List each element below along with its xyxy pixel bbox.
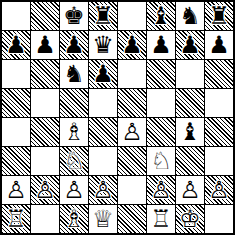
black-bishop-f8: ♝	[150, 4, 172, 28]
white-rook-f1: ♖	[150, 207, 172, 231]
square-e1[interactable]	[118, 205, 146, 233]
square-b4[interactable]	[31, 118, 59, 146]
white-pawn-h2: ♙	[208, 178, 230, 202]
square-h5[interactable]	[205, 89, 233, 117]
square-h7[interactable]: ♟	[205, 31, 233, 59]
square-h4[interactable]	[205, 118, 233, 146]
square-h2[interactable]: ♙	[205, 176, 233, 204]
chess-board-grid: ♚♜♝♞♜♟♟♟♛♟♟♟♟♞♟♗♙♝♘♘♙♙♙♙♙♙♙♖♗♕♖♔	[2, 2, 233, 233]
square-f8[interactable]: ♝	[147, 2, 175, 30]
square-f5[interactable]	[147, 89, 175, 117]
square-g8[interactable]: ♞	[176, 2, 204, 30]
white-bishop-c1: ♗	[63, 207, 85, 231]
black-pawn-f7: ♟	[150, 33, 172, 57]
square-f7[interactable]: ♟	[147, 31, 175, 59]
black-pawn-a7: ♟	[5, 33, 27, 57]
black-pawn-e7: ♟	[121, 33, 143, 57]
square-f1[interactable]: ♖	[147, 205, 175, 233]
square-h3[interactable]	[205, 147, 233, 175]
black-pawn-c7: ♟	[63, 33, 85, 57]
black-pawn-d6: ♟	[92, 62, 114, 86]
square-c3[interactable]: ♘	[60, 147, 88, 175]
square-c4[interactable]: ♗	[60, 118, 88, 146]
square-g1[interactable]: ♔	[176, 205, 204, 233]
square-h8[interactable]: ♜	[205, 2, 233, 30]
white-pawn-a2: ♙	[5, 178, 27, 202]
square-b8[interactable]	[31, 2, 59, 30]
white-rook-a1: ♖	[5, 207, 27, 231]
square-h1[interactable]	[205, 205, 233, 233]
square-b7[interactable]: ♟	[31, 31, 59, 59]
black-pawn-g7: ♟	[179, 33, 201, 57]
square-b2[interactable]: ♙	[31, 176, 59, 204]
square-g6[interactable]	[176, 60, 204, 88]
square-d5[interactable]	[89, 89, 117, 117]
square-g7[interactable]: ♟	[176, 31, 204, 59]
square-a6[interactable]	[2, 60, 30, 88]
black-rook-d8: ♜	[92, 4, 114, 28]
square-g4[interactable]: ♝	[176, 118, 204, 146]
black-knight-g8: ♞	[179, 4, 201, 28]
square-c6[interactable]: ♞	[60, 60, 88, 88]
square-e6[interactable]	[118, 60, 146, 88]
white-pawn-c2: ♙	[63, 178, 85, 202]
square-a8[interactable]	[2, 2, 30, 30]
white-bishop-c4: ♗	[63, 120, 85, 144]
white-pawn-g2: ♙	[179, 178, 201, 202]
black-bishop-g4: ♝	[179, 120, 201, 144]
square-c8[interactable]: ♚	[60, 2, 88, 30]
white-knight-c3: ♘	[63, 149, 85, 173]
square-d6[interactable]: ♟	[89, 60, 117, 88]
white-knight-f3: ♘	[150, 149, 172, 173]
black-pawn-h7: ♟	[208, 33, 230, 57]
square-g2[interactable]: ♙	[176, 176, 204, 204]
square-a4[interactable]	[2, 118, 30, 146]
square-f2[interactable]: ♙	[147, 176, 175, 204]
black-pawn-b7: ♟	[34, 33, 56, 57]
square-c1[interactable]: ♗	[60, 205, 88, 233]
square-a3[interactable]	[2, 147, 30, 175]
black-king-c8: ♚	[63, 4, 85, 28]
white-pawn-e4: ♙	[121, 120, 143, 144]
square-d2[interactable]: ♙	[89, 176, 117, 204]
square-g5[interactable]	[176, 89, 204, 117]
square-f4[interactable]	[147, 118, 175, 146]
white-pawn-d2: ♙	[92, 178, 114, 202]
square-e5[interactable]	[118, 89, 146, 117]
square-d7[interactable]: ♛	[89, 31, 117, 59]
square-a2[interactable]: ♙	[2, 176, 30, 204]
square-g3[interactable]	[176, 147, 204, 175]
square-c2[interactable]: ♙	[60, 176, 88, 204]
square-a5[interactable]	[2, 89, 30, 117]
square-b6[interactable]	[31, 60, 59, 88]
square-b3[interactable]	[31, 147, 59, 175]
square-c7[interactable]: ♟	[60, 31, 88, 59]
square-a1[interactable]: ♖	[2, 205, 30, 233]
square-d3[interactable]	[89, 147, 117, 175]
square-e4[interactable]: ♙	[118, 118, 146, 146]
square-a7[interactable]: ♟	[2, 31, 30, 59]
square-b5[interactable]	[31, 89, 59, 117]
square-d4[interactable]	[89, 118, 117, 146]
black-rook-h8: ♜	[208, 4, 230, 28]
chess-board: ♚♜♝♞♜♟♟♟♛♟♟♟♟♞♟♗♙♝♘♘♙♙♙♙♙♙♙♖♗♕♖♔	[0, 0, 235, 235]
square-e2[interactable]	[118, 176, 146, 204]
square-h6[interactable]	[205, 60, 233, 88]
white-pawn-b2: ♙	[34, 178, 56, 202]
black-queen-d7: ♛	[92, 33, 114, 57]
square-f6[interactable]	[147, 60, 175, 88]
square-d1[interactable]: ♕	[89, 205, 117, 233]
black-knight-c6: ♞	[63, 62, 85, 86]
square-c5[interactable]	[60, 89, 88, 117]
white-king-g1: ♔	[179, 207, 201, 231]
square-b1[interactable]	[31, 205, 59, 233]
white-queen-d1: ♕	[92, 207, 114, 231]
square-f3[interactable]: ♘	[147, 147, 175, 175]
square-e7[interactable]: ♟	[118, 31, 146, 59]
white-pawn-f2: ♙	[150, 178, 172, 202]
square-d8[interactable]: ♜	[89, 2, 117, 30]
square-e3[interactable]	[118, 147, 146, 175]
square-e8[interactable]	[118, 2, 146, 30]
